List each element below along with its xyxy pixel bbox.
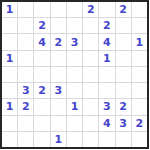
grid-cell: 4 — [99, 116, 114, 131]
grid-cell: 1 — [132, 34, 147, 49]
grid-cell: 2 — [116, 99, 131, 114]
grid-cell[interactable] — [51, 116, 66, 131]
clue-number: 1 — [6, 4, 14, 15]
grid-cell[interactable] — [116, 132, 131, 147]
grid-cell[interactable] — [132, 51, 147, 66]
grid-cell[interactable] — [18, 67, 33, 82]
grid-cell[interactable] — [34, 2, 49, 17]
clue-number: 1 — [103, 53, 111, 64]
clue-number: 1 — [71, 101, 79, 112]
grid-cell[interactable] — [2, 116, 17, 131]
grid-cell[interactable] — [18, 51, 33, 66]
grid-cell[interactable] — [2, 67, 17, 82]
grid-cell[interactable] — [99, 2, 114, 17]
grid-cell: 2 — [18, 99, 33, 114]
grid-cell[interactable] — [2, 34, 17, 49]
clue-number: 2 — [136, 118, 144, 129]
clue-number: 4 — [103, 37, 111, 48]
grid-cell[interactable] — [18, 132, 33, 147]
grid-cell[interactable] — [51, 2, 66, 17]
grid-cell[interactable] — [34, 116, 49, 131]
grid-cell: 3 — [67, 34, 82, 49]
grid-cell[interactable] — [18, 18, 33, 33]
grid-cell[interactable] — [99, 132, 114, 147]
grid-cell[interactable] — [132, 99, 147, 114]
puzzle-board: 122224234111323121324321 — [0, 0, 149, 149]
grid-cell[interactable] — [34, 67, 49, 82]
grid-cell: 1 — [2, 51, 17, 66]
grid-cell[interactable] — [116, 34, 131, 49]
grid-cell[interactable] — [83, 51, 98, 66]
grid-cell: 2 — [34, 83, 49, 98]
grid-cell: 1 — [2, 2, 17, 17]
clue-number: 2 — [119, 4, 127, 15]
clue-number: 4 — [103, 118, 111, 129]
grid-cell[interactable] — [67, 83, 82, 98]
grid-cell[interactable] — [132, 2, 147, 17]
grid-cell[interactable] — [51, 18, 66, 33]
grid-cell[interactable] — [2, 132, 17, 147]
clue-number: 1 — [6, 101, 14, 112]
grid-cell: 1 — [51, 132, 66, 147]
grid-cell[interactable] — [2, 18, 17, 33]
grid-cell[interactable] — [67, 132, 82, 147]
grid-cell[interactable] — [18, 2, 33, 17]
grid-cell[interactable] — [116, 18, 131, 33]
clue-number: 2 — [22, 101, 30, 112]
grid-cell: 3 — [116, 116, 131, 131]
clue-number: 2 — [38, 20, 46, 31]
grid-cell: 2 — [51, 34, 66, 49]
clue-number: 2 — [103, 20, 111, 31]
grid-cell[interactable] — [132, 67, 147, 82]
grid-cell: 2 — [99, 18, 114, 33]
grid-cell[interactable] — [51, 67, 66, 82]
grid-cell[interactable] — [67, 67, 82, 82]
grid-cell[interactable] — [67, 51, 82, 66]
grid-cell: 2 — [34, 18, 49, 33]
grid-cell[interactable] — [116, 51, 131, 66]
clue-number: 3 — [119, 118, 127, 129]
grid-cell: 1 — [99, 51, 114, 66]
grid-cell: 4 — [99, 34, 114, 49]
grid-cell: 3 — [18, 83, 33, 98]
grid-cell[interactable] — [67, 2, 82, 17]
grid-cell[interactable] — [34, 51, 49, 66]
grid-cell: 1 — [67, 99, 82, 114]
grid-cell[interactable] — [116, 83, 131, 98]
grid-cell[interactable] — [67, 116, 82, 131]
grid-cell[interactable] — [83, 99, 98, 114]
clue-number: 1 — [136, 37, 144, 48]
clue-number: 2 — [119, 101, 127, 112]
grid-cell[interactable] — [83, 34, 98, 49]
grid-cell[interactable] — [132, 18, 147, 33]
grid-cell: 2 — [83, 2, 98, 17]
grid-cell[interactable] — [99, 67, 114, 82]
clue-number: 1 — [54, 134, 62, 145]
grid-cell: 2 — [116, 2, 131, 17]
grid-cell[interactable] — [51, 99, 66, 114]
grid-cell[interactable] — [83, 18, 98, 33]
grid-cell[interactable] — [132, 83, 147, 98]
grid-cell[interactable] — [67, 18, 82, 33]
grid-cell: 3 — [51, 83, 66, 98]
clue-number: 3 — [22, 85, 30, 96]
grid-cell[interactable] — [116, 67, 131, 82]
grid-cell[interactable] — [18, 116, 33, 131]
grid-cell: 3 — [99, 99, 114, 114]
grid-cell: 2 — [132, 116, 147, 131]
grid-cell[interactable] — [83, 83, 98, 98]
clue-number: 4 — [38, 37, 46, 48]
grid-cell[interactable] — [34, 99, 49, 114]
grid-cell[interactable] — [34, 132, 49, 147]
grid-cell[interactable] — [99, 83, 114, 98]
grid-cell: 1 — [2, 99, 17, 114]
clue-number: 3 — [103, 101, 111, 112]
grid-cell[interactable] — [83, 116, 98, 131]
clue-number: 2 — [38, 85, 46, 96]
clue-number: 3 — [71, 37, 79, 48]
grid-cell[interactable] — [51, 51, 66, 66]
grid-cell[interactable] — [132, 132, 147, 147]
clue-number: 1 — [6, 53, 14, 64]
grid-cell[interactable] — [83, 67, 98, 82]
clue-number: 2 — [54, 37, 62, 48]
clue-number: 3 — [54, 85, 62, 96]
grid-cell[interactable] — [83, 132, 98, 147]
grid-cell: 4 — [34, 34, 49, 49]
grid-cell[interactable] — [18, 34, 33, 49]
clue-number: 2 — [87, 4, 95, 15]
grid-cell[interactable] — [2, 83, 17, 98]
